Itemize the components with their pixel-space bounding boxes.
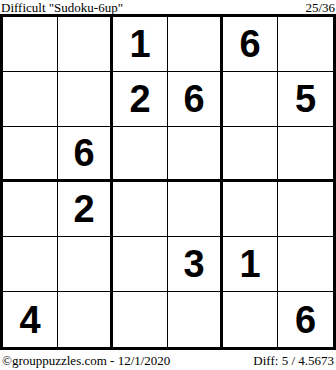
cell-r6c6: 6 <box>278 292 333 347</box>
cell-r5c2[interactable] <box>58 237 113 292</box>
cell-r6c2[interactable] <box>58 292 113 347</box>
given-digit: 6 <box>183 80 204 118</box>
given-digit: 3 <box>183 245 204 283</box>
cell-r3c6[interactable] <box>278 127 333 182</box>
cell-r3c5[interactable] <box>223 127 278 182</box>
cell-r2c3: 2 <box>113 72 168 127</box>
given-digit: 6 <box>239 25 260 63</box>
difficulty-text: Diff: 5 / 4.5673 <box>253 354 334 368</box>
puzzle-title: Difficult "Sudoku-6up" <box>1 1 123 14</box>
cell-r3c2: 6 <box>58 127 113 182</box>
cell-r3c1[interactable] <box>3 127 58 182</box>
cell-r2c5[interactable] <box>223 72 278 127</box>
cell-r4c5[interactable] <box>223 182 278 237</box>
cell-r2c1[interactable] <box>3 72 58 127</box>
cell-r5c6[interactable] <box>278 237 333 292</box>
given-digit: 6 <box>295 301 316 339</box>
sudoku-grid: 16265623146 <box>0 14 336 350</box>
cell-r3c3[interactable] <box>113 127 168 182</box>
puzzle-page: Difficult "Sudoku-6up" 25/36 16265623146… <box>0 0 336 370</box>
cell-r3c4[interactable] <box>168 127 223 182</box>
cell-r1c6[interactable] <box>278 17 333 72</box>
puzzle-counter: 25/36 <box>305 1 335 14</box>
cell-r1c1[interactable] <box>3 17 58 72</box>
cell-r1c5: 6 <box>223 17 278 72</box>
cell-r5c3[interactable] <box>113 237 168 292</box>
header: Difficult "Sudoku-6up" 25/36 <box>0 0 336 14</box>
footer: ©grouppuzzles.com - 12/1/2020 Diff: 5 / … <box>0 350 336 370</box>
cell-r5c1[interactable] <box>3 237 58 292</box>
cell-r4c2: 2 <box>58 182 113 237</box>
cell-r1c4[interactable] <box>168 17 223 72</box>
cell-r6c3[interactable] <box>113 292 168 347</box>
given-digit: 6 <box>73 134 94 172</box>
cell-r4c1[interactable] <box>3 182 58 237</box>
given-digit: 2 <box>73 190 94 228</box>
cell-r2c6: 5 <box>278 72 333 127</box>
given-digit: 1 <box>129 25 150 63</box>
cell-r2c2[interactable] <box>58 72 113 127</box>
cell-r1c2[interactable] <box>58 17 113 72</box>
cell-r2c4: 6 <box>168 72 223 127</box>
given-digit: 1 <box>239 245 260 283</box>
cell-r6c1: 4 <box>3 292 58 347</box>
given-digit: 2 <box>129 80 150 118</box>
cell-r5c5: 1 <box>223 237 278 292</box>
given-digit: 4 <box>19 301 40 339</box>
copyright-text: ©grouppuzzles.com - 12/1/2020 <box>2 354 170 368</box>
cell-r4c6[interactable] <box>278 182 333 237</box>
cell-r1c3: 1 <box>113 17 168 72</box>
given-digit: 5 <box>295 80 316 118</box>
cell-r6c5[interactable] <box>223 292 278 347</box>
cell-r6c4[interactable] <box>168 292 223 347</box>
cell-r4c3[interactable] <box>113 182 168 237</box>
cell-r4c4[interactable] <box>168 182 223 237</box>
cell-r5c4: 3 <box>168 237 223 292</box>
